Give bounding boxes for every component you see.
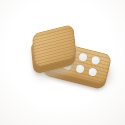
pip-cell xyxy=(85,65,101,80)
pip xyxy=(78,52,88,62)
product-photo xyxy=(0,0,125,125)
pip xyxy=(87,67,97,77)
pip xyxy=(90,55,100,65)
